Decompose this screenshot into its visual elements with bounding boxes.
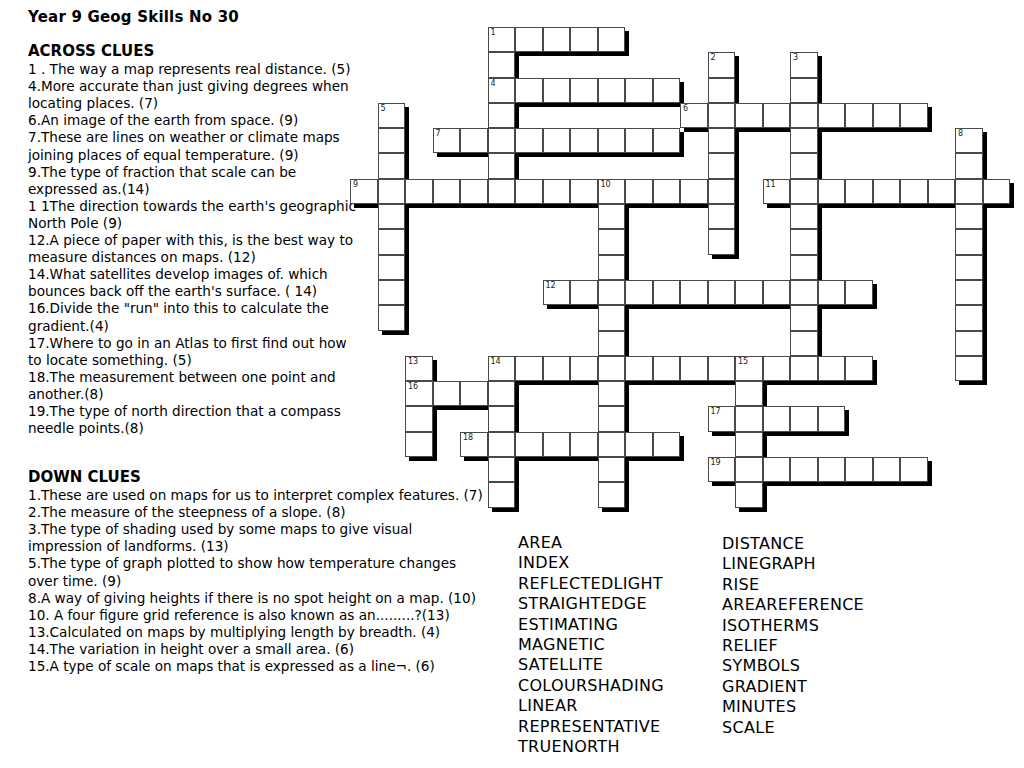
grid-cell[interactable] <box>460 381 488 406</box>
down-clue: 15.A type of scale on maps that is expre… <box>28 658 486 675</box>
grid-cell[interactable]: 2 <box>708 52 736 77</box>
grid-cell[interactable] <box>488 153 516 178</box>
clue-number: 3 <box>793 53 798 62</box>
grid-cell[interactable] <box>735 432 763 457</box>
clue-number: 4 <box>491 79 496 88</box>
grid-cell[interactable] <box>653 179 681 204</box>
grid-cell[interactable]: 13 <box>405 356 433 381</box>
word-bank-item: ISOTHERMS <box>722 616 864 636</box>
word-bank-item: REPRESENTATIVE <box>518 717 664 737</box>
grid-cell[interactable] <box>955 229 983 254</box>
across-clues-header: ACROSS CLUES <box>28 43 364 61</box>
grid-cell[interactable] <box>900 179 928 204</box>
across-clue: 17.Where to go in an Atlas to first find… <box>28 335 364 369</box>
grid-cell[interactable] <box>708 229 736 254</box>
clue-number: 15 <box>738 357 748 366</box>
clue-number: 19 <box>711 458 721 467</box>
grid-cell[interactable] <box>405 406 433 431</box>
grid-cell[interactable] <box>845 280 873 305</box>
word-bank-item: SATELLITE <box>518 655 664 675</box>
grid-cell[interactable] <box>515 128 543 153</box>
grid-cell[interactable] <box>653 432 681 457</box>
grid-cell[interactable] <box>790 255 818 280</box>
grid-cell[interactable] <box>955 153 983 178</box>
grid-cell[interactable] <box>708 103 736 128</box>
grid-cell[interactable] <box>790 229 818 254</box>
grid-cell[interactable] <box>433 179 461 204</box>
grid-cell[interactable] <box>845 179 873 204</box>
clue-number: 12 <box>546 281 556 290</box>
grid-cell[interactable] <box>598 457 626 482</box>
grid-cell[interactable] <box>763 406 791 431</box>
grid-cell[interactable] <box>900 457 928 482</box>
grid-cell[interactable] <box>598 280 626 305</box>
grid-cell[interactable] <box>543 78 571 103</box>
grid-cell[interactable] <box>735 280 763 305</box>
grid-cell[interactable] <box>790 103 818 128</box>
grid-cell[interactable] <box>818 406 846 431</box>
grid-cell[interactable] <box>570 432 598 457</box>
grid-cell[interactable] <box>818 280 846 305</box>
across-clue: 9.The type of fraction that scale can be… <box>28 164 364 198</box>
grid-cell[interactable] <box>708 78 736 103</box>
grid-cell[interactable] <box>845 457 873 482</box>
grid-cell[interactable] <box>598 78 626 103</box>
clue-number: 6 <box>683 104 688 113</box>
grid-cell[interactable]: 7 <box>433 128 461 153</box>
word-bank-item: INDEX <box>518 553 664 573</box>
down-clues-list: 1.These are used on maps for us to inter… <box>28 487 486 675</box>
down-clue: 10. A four figure grid reference is also… <box>28 607 486 624</box>
grid-cell[interactable]: 5 <box>378 103 406 128</box>
grid-cell[interactable] <box>488 179 516 204</box>
across-clue: 1 . The way a map represents real distan… <box>28 61 364 78</box>
grid-cell[interactable] <box>598 432 626 457</box>
grid-cell[interactable]: 17 <box>708 406 736 431</box>
across-clues-list: 1 . The way a map represents real distan… <box>28 61 364 437</box>
grid-cell[interactable] <box>680 280 708 305</box>
grid-cell[interactable] <box>598 482 626 507</box>
grid-cell[interactable] <box>708 179 736 204</box>
grid-cell[interactable] <box>955 331 983 356</box>
grid-cell[interactable] <box>460 128 488 153</box>
grid-cell[interactable] <box>570 356 598 381</box>
grid-cell[interactable] <box>653 128 681 153</box>
grid-cell[interactable] <box>460 179 488 204</box>
across-clue: 12.A piece of paper with this, is the be… <box>28 232 364 266</box>
across-clue: 7.These are lines on weather or climate … <box>28 129 364 163</box>
grid-cell[interactable] <box>488 381 516 406</box>
grid-cell[interactable] <box>873 103 901 128</box>
grid-cell[interactable] <box>378 280 406 305</box>
grid-cell[interactable] <box>955 356 983 381</box>
grid-cell[interactable] <box>955 204 983 229</box>
word-bank-column-2: DISTANCELINEGRAPHRISEAREAREFERENCEISOTHE… <box>722 534 864 738</box>
word-bank-item: LINEGRAPH <box>722 554 864 574</box>
across-clues-section: ACROSS CLUES 1 . The way a map represent… <box>28 43 364 437</box>
across-clue: 19.The type of north direction that a co… <box>28 403 364 437</box>
grid-cell[interactable] <box>845 356 873 381</box>
grid-cell[interactable] <box>763 356 791 381</box>
word-bank-item: DISTANCE <box>722 534 864 554</box>
word-bank-item: ESTIMATING <box>518 615 664 635</box>
clue-number: 11 <box>766 180 776 189</box>
worksheet-title: Year 9 Geog Skills No 30 <box>28 8 239 26</box>
grid-cell[interactable] <box>543 179 571 204</box>
word-bank-item: AREA <box>518 533 664 553</box>
clue-number: 1 <box>491 28 496 37</box>
grid-cell[interactable]: 10 <box>598 179 626 204</box>
grid-cell[interactable] <box>790 356 818 381</box>
word-bank-item: TRUENORTH <box>518 737 664 757</box>
grid-cell[interactable] <box>708 204 736 229</box>
word-bank-item: RELIEF <box>722 636 864 656</box>
grid-cell[interactable] <box>515 27 543 52</box>
grid-cell[interactable] <box>955 305 983 330</box>
grid-cell[interactable] <box>570 78 598 103</box>
grid-cell[interactable] <box>845 103 873 128</box>
grid-cell[interactable] <box>735 381 763 406</box>
down-clue: 3.The type of shading used by some maps … <box>28 521 486 555</box>
grid-cell[interactable] <box>818 356 846 381</box>
grid-cell[interactable] <box>790 331 818 356</box>
grid-cell[interactable] <box>983 179 1011 204</box>
grid-cell[interactable]: 3 <box>790 52 818 77</box>
grid-cell[interactable] <box>543 432 571 457</box>
clue-number: 14 <box>491 357 501 366</box>
grid-cell[interactable] <box>735 406 763 431</box>
grid-cell[interactable] <box>598 381 626 406</box>
word-bank-column-1: AREAINDEXREFLECTEDLIGHTSTRAIGHTEDGEESTIM… <box>518 533 664 757</box>
grid-cell[interactable] <box>598 331 626 356</box>
grid-cell[interactable] <box>488 128 516 153</box>
grid-cell[interactable] <box>488 103 516 128</box>
grid-cell[interactable]: 4 <box>488 78 516 103</box>
grid-cell[interactable] <box>653 78 681 103</box>
grid-cell[interactable]: 19 <box>708 457 736 482</box>
grid-cell[interactable]: 11 <box>763 179 791 204</box>
down-clue: 5.The type of graph plotted to show how … <box>28 555 486 589</box>
across-clue: 6.An image of the earth from space. (9) <box>28 112 364 129</box>
across-clue: 18.The measurement between one point and… <box>28 369 364 403</box>
grid-cell[interactable] <box>488 457 516 482</box>
grid-cell[interactable] <box>818 179 846 204</box>
grid-cell[interactable] <box>653 356 681 381</box>
grid-cell[interactable] <box>625 128 653 153</box>
grid-cell[interactable] <box>763 457 791 482</box>
grid-cell[interactable] <box>790 457 818 482</box>
grid-cell[interactable]: 18 <box>460 432 488 457</box>
grid-cell[interactable] <box>625 356 653 381</box>
grid-cell[interactable]: 9 <box>350 179 378 204</box>
grid-cell[interactable] <box>708 280 736 305</box>
grid-cell[interactable] <box>515 432 543 457</box>
down-clue: 14.The variation in height over a small … <box>28 641 486 658</box>
word-bank-item: AREAREFERENCE <box>722 595 864 615</box>
grid-cell[interactable]: 12 <box>543 280 571 305</box>
grid-cell[interactable] <box>790 128 818 153</box>
across-clue: 4.More accurate than just giving degrees… <box>28 78 364 112</box>
down-clue: 8.A way of giving heights if there is no… <box>28 590 486 607</box>
grid-cell[interactable] <box>928 179 956 204</box>
grid-cell[interactable] <box>598 255 626 280</box>
clue-number: 7 <box>436 129 441 138</box>
down-clue: 13.Calculated on maps by multiplying len… <box>28 624 486 641</box>
across-clue: 16.Divide the "run" into this to calcula… <box>28 300 364 334</box>
across-clue: 14.What satellites develop images of. wh… <box>28 266 364 300</box>
grid-cell[interactable] <box>598 229 626 254</box>
grid-cell[interactable] <box>873 179 901 204</box>
grid-cell[interactable] <box>955 280 983 305</box>
grid-cell[interactable] <box>378 153 406 178</box>
grid-cell[interactable] <box>955 179 983 204</box>
grid-cell[interactable] <box>570 27 598 52</box>
grid-cell[interactable] <box>570 128 598 153</box>
grid-cell[interactable] <box>708 356 736 381</box>
grid-cell[interactable] <box>378 229 406 254</box>
grid-cell[interactable] <box>378 128 406 153</box>
grid-cell[interactable] <box>543 27 571 52</box>
word-bank-item: RISE <box>722 575 864 595</box>
grid-cell[interactable] <box>378 179 406 204</box>
grid-cell[interactable] <box>763 280 791 305</box>
grid-cell[interactable] <box>598 128 626 153</box>
grid-cell[interactable] <box>598 305 626 330</box>
word-bank-item: LINEAR <box>518 696 664 716</box>
grid-cell[interactable] <box>818 457 846 482</box>
word-bank-item: SCALE <box>722 718 864 738</box>
word-bank-item: STRAIGHTEDGE <box>518 594 664 614</box>
grid-cell[interactable] <box>708 153 736 178</box>
grid-cell[interactable]: 8 <box>955 128 983 153</box>
grid-cell[interactable] <box>818 103 846 128</box>
grid-cell[interactable] <box>488 482 516 507</box>
clue-number: 10 <box>601 180 611 189</box>
grid-cell[interactable]: 1 <box>488 27 516 52</box>
grid-cell[interactable] <box>680 179 708 204</box>
grid-cell[interactable] <box>378 305 406 330</box>
grid-cell[interactable]: 6 <box>680 103 708 128</box>
word-bank-item: MINUTES <box>722 697 864 717</box>
clue-number: 8 <box>958 129 963 138</box>
grid-cell[interactable] <box>405 432 433 457</box>
clue-number: 18 <box>463 433 473 442</box>
grid-cell[interactable] <box>625 280 653 305</box>
grid-cell[interactable] <box>790 204 818 229</box>
grid-cell[interactable] <box>488 432 516 457</box>
word-bank-item: REFLECTEDLIGHT <box>518 574 664 594</box>
grid-cell[interactable] <box>570 179 598 204</box>
grid-cell[interactable] <box>680 356 708 381</box>
grid-cell[interactable] <box>708 128 736 153</box>
clue-number: 13 <box>408 357 418 366</box>
grid-cell[interactable] <box>598 204 626 229</box>
grid-cell[interactable]: 14 <box>488 356 516 381</box>
grid-cell[interactable] <box>543 356 571 381</box>
grid-cell[interactable] <box>735 482 763 507</box>
grid-cell[interactable] <box>790 305 818 330</box>
grid-cell[interactable] <box>598 356 626 381</box>
grid-cell[interactable] <box>625 78 653 103</box>
word-bank-item: COLOURSHADING <box>518 676 664 696</box>
across-clue: 1 1The direction towards the earth's geo… <box>28 198 364 232</box>
grid-cell[interactable] <box>515 78 543 103</box>
crossword-grid: 12345678910111213141516171819 <box>350 27 1010 508</box>
clue-number: 9 <box>353 180 358 189</box>
grid-cell[interactable] <box>653 280 681 305</box>
grid-cell[interactable] <box>488 406 516 431</box>
grid-cell[interactable] <box>790 179 818 204</box>
grid-cell[interactable] <box>790 153 818 178</box>
grid-cell[interactable] <box>625 179 653 204</box>
grid-cell[interactable] <box>488 52 516 77</box>
word-bank-item: SYMBOLS <box>722 656 864 676</box>
grid-cell[interactable] <box>790 78 818 103</box>
clue-number: 2 <box>711 53 716 62</box>
grid-cell[interactable] <box>543 128 571 153</box>
grid-cell[interactable] <box>735 457 763 482</box>
grid-cell[interactable] <box>378 204 406 229</box>
grid-cell[interactable] <box>735 103 763 128</box>
grid-cell[interactable] <box>378 255 406 280</box>
grid-cell[interactable] <box>515 356 543 381</box>
grid-cell[interactable] <box>515 179 543 204</box>
clue-number: 17 <box>711 407 721 416</box>
grid-cell[interactable]: 16 <box>405 381 433 406</box>
grid-cell[interactable] <box>763 103 791 128</box>
clue-number: 16 <box>408 382 418 391</box>
grid-cell[interactable] <box>790 280 818 305</box>
grid-cell[interactable] <box>598 27 626 52</box>
clue-number: 5 <box>381 104 386 113</box>
grid-cell[interactable] <box>790 406 818 431</box>
grid-cell[interactable] <box>955 255 983 280</box>
grid-cell[interactable] <box>873 457 901 482</box>
grid-cell[interactable]: 15 <box>735 356 763 381</box>
grid-cell[interactable] <box>625 432 653 457</box>
word-bank-item: MAGNETIC <box>518 635 664 655</box>
grid-cell[interactable] <box>570 280 598 305</box>
grid-cell[interactable] <box>598 406 626 431</box>
grid-cell[interactable] <box>433 381 461 406</box>
grid-cell[interactable] <box>900 103 928 128</box>
grid-cell[interactable] <box>405 179 433 204</box>
word-bank-item: GRADIENT <box>722 677 864 697</box>
